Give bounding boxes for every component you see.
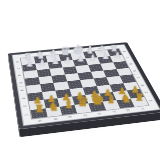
square: ♜ bbox=[31, 108, 48, 118]
rank-label: 6 bbox=[124, 61, 139, 67]
file-label: D bbox=[59, 49, 69, 56]
chess-board: ABCDEFGH ABCDEFGH 87654321 87654321 ♜♞♝♛… bbox=[8, 42, 160, 129]
board-border: ABCDEFGH ABCDEFGH 87654321 87654321 ♜♞♝♛… bbox=[12, 44, 160, 126]
rank-label: 7 bbox=[12, 66, 26, 72]
file-label: E bbox=[71, 48, 81, 55]
rank-label: 5 bbox=[127, 68, 142, 74]
gold-rook: ♜ bbox=[27, 103, 51, 113]
product-photo-chess-set: ABCDEFGH ABCDEFGH 87654321 87654321 ♜♞♝♛… bbox=[0, 0, 160, 160]
scene: ABCDEFGH ABCDEFGH 87654321 87654321 ♜♞♝♛… bbox=[0, 0, 160, 160]
rank-label: 4 bbox=[131, 75, 146, 81]
square bbox=[49, 67, 64, 75]
file-label: A bbox=[22, 52, 32, 59]
file-label: B bbox=[34, 51, 44, 58]
file-label: C bbox=[47, 50, 57, 57]
file-label: F bbox=[83, 46, 93, 53]
rank-label: 8 bbox=[117, 49, 131, 54]
rank-label: 7 bbox=[120, 55, 134, 60]
